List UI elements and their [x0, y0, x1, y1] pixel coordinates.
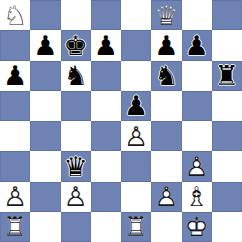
piece-white-rook[interactable]: ♜	[124, 213, 148, 240]
square-d4[interactable]	[91, 121, 121, 151]
square-h3[interactable]	[212, 151, 242, 181]
piece-black-rook[interactable]: ♜	[215, 62, 239, 89]
square-a3[interactable]	[0, 151, 30, 181]
piece-black-knight[interactable]: ♞	[64, 62, 88, 89]
square-h6[interactable]: ♜	[212, 61, 242, 91]
piece-black-queen[interactable]: ♛	[64, 153, 88, 180]
square-g3[interactable]: ♟	[182, 151, 212, 181]
square-g5[interactable]	[182, 91, 212, 121]
square-g6[interactable]	[182, 61, 212, 91]
square-e6[interactable]	[121, 61, 151, 91]
square-e5[interactable]: ♟	[121, 91, 151, 121]
square-c5[interactable]	[61, 91, 91, 121]
square-d7[interactable]: ♟	[91, 30, 121, 60]
square-g8[interactable]	[182, 0, 212, 30]
piece-white-pawn[interactable]: ♟	[154, 183, 178, 210]
square-c8[interactable]	[61, 0, 91, 30]
square-a4[interactable]	[0, 121, 30, 151]
piece-black-pawn[interactable]: ♟	[3, 62, 27, 89]
piece-black-knight[interactable]: ♞	[154, 62, 178, 89]
square-h7[interactable]	[212, 30, 242, 60]
square-d3[interactable]	[91, 151, 121, 181]
square-b8[interactable]	[30, 0, 60, 30]
square-b7[interactable]: ♟	[30, 30, 60, 60]
piece-white-pawn[interactable]: ♟	[64, 183, 88, 210]
square-g7[interactable]: ♟	[182, 30, 212, 60]
square-b3[interactable]	[30, 151, 60, 181]
piece-white-rook[interactable]: ♜	[3, 213, 27, 240]
square-h1[interactable]	[212, 212, 242, 242]
square-f7[interactable]: ♟	[151, 30, 181, 60]
square-d5[interactable]	[91, 91, 121, 121]
square-a8[interactable]: ♞	[0, 0, 30, 30]
square-a1[interactable]: ♜	[0, 212, 30, 242]
square-a7[interactable]	[0, 30, 30, 60]
square-f3[interactable]	[151, 151, 181, 181]
square-e2[interactable]	[121, 182, 151, 212]
square-e8[interactable]	[121, 0, 151, 30]
square-e7[interactable]	[121, 30, 151, 60]
piece-black-pawn[interactable]: ♟	[124, 92, 148, 119]
square-b5[interactable]	[30, 91, 60, 121]
piece-black-pawn[interactable]: ♟	[33, 32, 57, 59]
square-a2[interactable]: ♟	[0, 182, 30, 212]
square-b6[interactable]	[30, 61, 60, 91]
piece-white-bishop[interactable]: ♝	[185, 183, 209, 210]
chess-board: ♞♛♟♚♟♟♟♟♞♞♜♟♟♛♟♟♟♟♝♜♜♚	[0, 0, 242, 242]
square-b2[interactable]	[30, 182, 60, 212]
piece-white-pawn[interactable]: ♟	[185, 153, 209, 180]
piece-black-pawn[interactable]: ♟	[154, 32, 178, 59]
square-c1[interactable]	[61, 212, 91, 242]
square-h8[interactable]	[212, 0, 242, 30]
square-g4[interactable]	[182, 121, 212, 151]
square-c3[interactable]: ♛	[61, 151, 91, 181]
square-h5[interactable]	[212, 91, 242, 121]
piece-white-knight[interactable]: ♞	[3, 2, 27, 29]
square-e3[interactable]	[121, 151, 151, 181]
square-a5[interactable]	[0, 91, 30, 121]
square-c7[interactable]: ♚	[61, 30, 91, 60]
square-f4[interactable]	[151, 121, 181, 151]
square-d1[interactable]	[91, 212, 121, 242]
square-d6[interactable]	[91, 61, 121, 91]
square-f6[interactable]: ♞	[151, 61, 181, 91]
square-h4[interactable]	[212, 121, 242, 151]
square-f5[interactable]	[151, 91, 181, 121]
square-b1[interactable]	[30, 212, 60, 242]
square-d8[interactable]	[91, 0, 121, 30]
piece-white-pawn[interactable]: ♟	[124, 123, 148, 150]
square-c6[interactable]: ♞	[61, 61, 91, 91]
piece-black-king[interactable]: ♚	[64, 32, 88, 59]
square-f8[interactable]: ♛	[151, 0, 181, 30]
square-e4[interactable]: ♟	[121, 121, 151, 151]
square-c2[interactable]: ♟	[61, 182, 91, 212]
piece-white-king[interactable]: ♚	[185, 213, 209, 240]
square-d2[interactable]	[91, 182, 121, 212]
piece-white-pawn[interactable]: ♟	[3, 183, 27, 210]
square-g2[interactable]: ♝	[182, 182, 212, 212]
piece-white-queen[interactable]: ♛	[154, 2, 178, 29]
square-a6[interactable]: ♟	[0, 61, 30, 91]
square-b4[interactable]	[30, 121, 60, 151]
piece-black-pawn[interactable]: ♟	[94, 32, 118, 59]
square-c4[interactable]	[61, 121, 91, 151]
square-h2[interactable]	[212, 182, 242, 212]
square-f2[interactable]: ♟	[151, 182, 181, 212]
square-f1[interactable]	[151, 212, 181, 242]
square-g1[interactable]: ♚	[182, 212, 212, 242]
square-e1[interactable]: ♜	[121, 212, 151, 242]
piece-black-pawn[interactable]: ♟	[185, 32, 209, 59]
